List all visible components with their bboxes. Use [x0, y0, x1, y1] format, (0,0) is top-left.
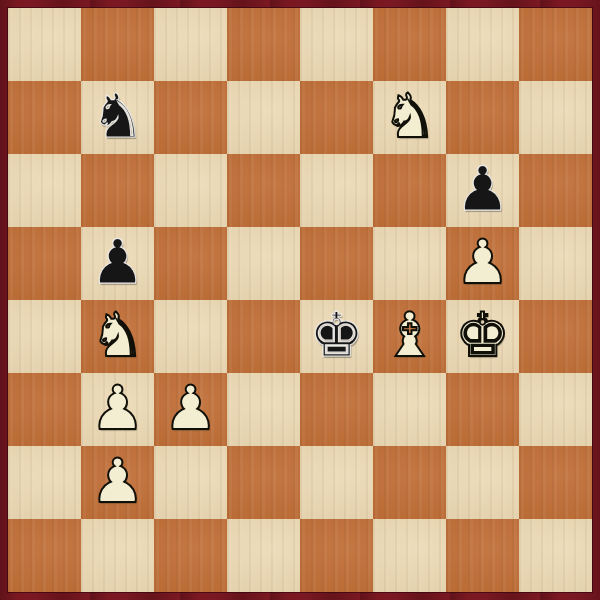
square-h8[interactable] — [519, 8, 592, 81]
square-f4[interactable]: ♝ — [373, 300, 446, 373]
square-h2[interactable] — [519, 446, 592, 519]
board-frame: ♞♞♟♟♟♞♚♝♚♟♟♟ — [0, 0, 600, 600]
square-g5[interactable]: ♟ — [446, 227, 519, 300]
square-h3[interactable] — [519, 373, 592, 446]
square-f5[interactable] — [373, 227, 446, 300]
piece-white-pawn: ♟ — [455, 231, 510, 292]
square-f1[interactable] — [373, 519, 446, 592]
square-c1[interactable] — [154, 519, 227, 592]
piece-white-pawn: ♟ — [90, 450, 145, 511]
square-f6[interactable] — [373, 154, 446, 227]
square-g4[interactable]: ♚ — [446, 300, 519, 373]
square-g8[interactable] — [446, 8, 519, 81]
square-a3[interactable] — [8, 373, 81, 446]
square-d4[interactable] — [227, 300, 300, 373]
square-c4[interactable] — [154, 300, 227, 373]
square-e2[interactable] — [300, 446, 373, 519]
square-b6[interactable] — [81, 154, 154, 227]
square-c8[interactable] — [154, 8, 227, 81]
square-g1[interactable] — [446, 519, 519, 592]
square-c7[interactable] — [154, 81, 227, 154]
piece-white-pawn: ♟ — [90, 377, 145, 438]
piece-black-knight: ♞ — [90, 85, 145, 146]
piece-black-king: ♚ — [309, 304, 364, 365]
square-e7[interactable] — [300, 81, 373, 154]
piece-white-knight: ♞ — [90, 304, 145, 365]
square-b1[interactable] — [81, 519, 154, 592]
square-h4[interactable] — [519, 300, 592, 373]
square-a1[interactable] — [8, 519, 81, 592]
square-b7[interactable]: ♞ — [81, 81, 154, 154]
square-d1[interactable] — [227, 519, 300, 592]
square-b8[interactable] — [81, 8, 154, 81]
square-c5[interactable] — [154, 227, 227, 300]
piece-black-pawn: ♟ — [90, 231, 145, 292]
square-g7[interactable] — [446, 81, 519, 154]
square-f2[interactable] — [373, 446, 446, 519]
chess-board: ♞♞♟♟♟♞♚♝♚♟♟♟ — [8, 8, 592, 592]
square-a7[interactable] — [8, 81, 81, 154]
square-d8[interactable] — [227, 8, 300, 81]
square-e8[interactable] — [300, 8, 373, 81]
square-d6[interactable] — [227, 154, 300, 227]
square-d3[interactable] — [227, 373, 300, 446]
square-e3[interactable] — [300, 373, 373, 446]
piece-black-pawn: ♟ — [455, 158, 510, 219]
square-a5[interactable] — [8, 227, 81, 300]
square-b5[interactable]: ♟ — [81, 227, 154, 300]
square-g6[interactable]: ♟ — [446, 154, 519, 227]
piece-white-pawn: ♟ — [163, 377, 218, 438]
square-e1[interactable] — [300, 519, 373, 592]
square-b4[interactable]: ♞ — [81, 300, 154, 373]
square-e5[interactable] — [300, 227, 373, 300]
square-a8[interactable] — [8, 8, 81, 81]
square-d7[interactable] — [227, 81, 300, 154]
square-f3[interactable] — [373, 373, 446, 446]
square-h7[interactable] — [519, 81, 592, 154]
square-e6[interactable] — [300, 154, 373, 227]
square-f8[interactable] — [373, 8, 446, 81]
square-a6[interactable] — [8, 154, 81, 227]
square-c2[interactable] — [154, 446, 227, 519]
square-g3[interactable] — [446, 373, 519, 446]
square-c3[interactable]: ♟ — [154, 373, 227, 446]
piece-white-bishop: ♝ — [382, 304, 437, 365]
square-d2[interactable] — [227, 446, 300, 519]
square-a4[interactable] — [8, 300, 81, 373]
square-g2[interactable] — [446, 446, 519, 519]
square-a2[interactable] — [8, 446, 81, 519]
square-h6[interactable] — [519, 154, 592, 227]
square-h5[interactable] — [519, 227, 592, 300]
square-f7[interactable]: ♞ — [373, 81, 446, 154]
square-e4[interactable]: ♚ — [300, 300, 373, 373]
square-b3[interactable]: ♟ — [81, 373, 154, 446]
square-c6[interactable] — [154, 154, 227, 227]
square-b2[interactable]: ♟ — [81, 446, 154, 519]
square-h1[interactable] — [519, 519, 592, 592]
piece-white-knight: ♞ — [382, 85, 437, 146]
piece-white-king: ♚ — [455, 304, 510, 365]
square-d5[interactable] — [227, 227, 300, 300]
